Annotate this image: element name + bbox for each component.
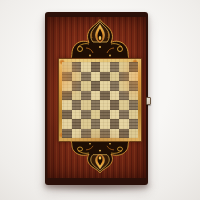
board-square [62, 72, 72, 82]
board-square [72, 72, 82, 82]
board-square [100, 72, 110, 82]
latch-clasp [146, 97, 151, 105]
board-square [62, 100, 72, 110]
board-square [119, 129, 129, 139]
board-square [119, 100, 129, 110]
board-square [129, 119, 139, 129]
board-square [119, 119, 129, 129]
board-square [62, 110, 72, 120]
board-square [110, 119, 120, 129]
board-square [100, 129, 110, 139]
board-square [91, 81, 101, 91]
board-square [91, 91, 101, 101]
board-square [129, 72, 139, 82]
board-square [91, 72, 101, 82]
chessboard [62, 62, 138, 138]
board-square [62, 119, 72, 129]
board-square [119, 110, 129, 120]
board-square [62, 91, 72, 101]
board-square [110, 110, 120, 120]
board-square [110, 81, 120, 91]
game-case [45, 12, 148, 185]
board-square [129, 81, 139, 91]
board-square [100, 100, 110, 110]
board-square [62, 62, 72, 72]
board-square [81, 91, 91, 101]
board-square [119, 91, 129, 101]
board-square [100, 110, 110, 120]
board-square [119, 62, 129, 72]
chessboard-frame [58, 58, 142, 142]
board-square [91, 62, 101, 72]
board-square [129, 91, 139, 101]
board-square [81, 129, 91, 139]
board-square [119, 81, 129, 91]
board-square [100, 81, 110, 91]
board-square [81, 72, 91, 82]
photo-background [0, 0, 200, 200]
board-square [110, 129, 120, 139]
board-square [72, 110, 82, 120]
board-square [110, 62, 120, 72]
board-square [110, 72, 120, 82]
board-square [110, 100, 120, 110]
board-square [100, 119, 110, 129]
board-square [110, 91, 120, 101]
board-square [100, 91, 110, 101]
board-square [62, 129, 72, 139]
board-square [81, 119, 91, 129]
board-square [119, 72, 129, 82]
board-square [91, 119, 101, 129]
board-square [81, 62, 91, 72]
board-square [72, 81, 82, 91]
board-square [72, 91, 82, 101]
board-square [81, 110, 91, 120]
board-square [81, 100, 91, 110]
board-square [72, 119, 82, 129]
board-square [91, 129, 101, 139]
board-square [91, 100, 101, 110]
board-square [62, 81, 72, 91]
board-square [81, 81, 91, 91]
board-square [91, 110, 101, 120]
board-square [72, 62, 82, 72]
board-square [129, 110, 139, 120]
board-square [72, 100, 82, 110]
board-square [100, 62, 110, 72]
board-square [129, 62, 139, 72]
board-square [129, 100, 139, 110]
board-square [72, 129, 82, 139]
board-square [129, 129, 139, 139]
